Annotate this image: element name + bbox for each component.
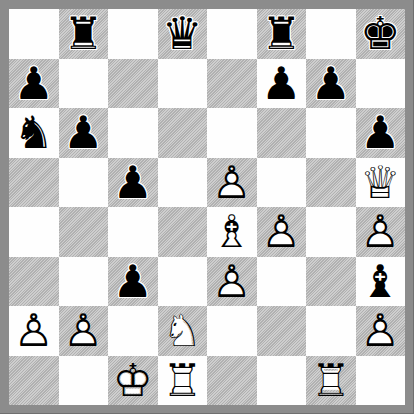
board-frame: ♜♛♜♚♟♟♟♞♟♟♟♟♙♛♕♝♗♟♙♟♙♟♟♙♝♟♙♟♙♞♘♟♙♚♔♜♖♜♖ xyxy=(0,0,414,414)
square-d7[interactable] xyxy=(158,59,208,109)
square-h2[interactable]: ♟♙ xyxy=(356,306,406,356)
square-d2[interactable]: ♞♘ xyxy=(158,306,208,356)
square-e3[interactable]: ♟♙ xyxy=(207,257,257,307)
white-pawn-piece: ♟♙ xyxy=(59,306,109,356)
square-a5[interactable] xyxy=(9,158,59,208)
black-knight-piece: ♞ xyxy=(9,108,59,158)
square-d8[interactable]: ♛ xyxy=(158,9,208,59)
square-b4[interactable] xyxy=(59,207,109,257)
square-f3[interactable] xyxy=(257,257,307,307)
black-pawn-piece: ♟ xyxy=(108,257,158,307)
square-c2[interactable] xyxy=(108,306,158,356)
square-g7[interactable]: ♟ xyxy=(306,59,356,109)
square-a2[interactable]: ♟♙ xyxy=(9,306,59,356)
black-rook-piece: ♜ xyxy=(257,9,307,59)
white-rook-piece: ♜♖ xyxy=(306,356,356,406)
square-a7[interactable]: ♟ xyxy=(9,59,59,109)
square-h7[interactable] xyxy=(356,59,406,109)
white-pawn-piece: ♟♙ xyxy=(356,306,406,356)
square-b2[interactable]: ♟♙ xyxy=(59,306,109,356)
square-g2[interactable] xyxy=(306,306,356,356)
square-g3[interactable] xyxy=(306,257,356,307)
square-f7[interactable]: ♟ xyxy=(257,59,307,109)
square-h6[interactable]: ♟ xyxy=(356,108,406,158)
square-d4[interactable] xyxy=(158,207,208,257)
square-a3[interactable] xyxy=(9,257,59,307)
white-rook-piece: ♜♖ xyxy=(158,356,208,406)
square-h1[interactable] xyxy=(356,356,406,406)
black-pawn-piece: ♟ xyxy=(356,108,406,158)
square-e8[interactable] xyxy=(207,9,257,59)
chess-board: ♜♛♜♚♟♟♟♞♟♟♟♟♙♛♕♝♗♟♙♟♙♟♟♙♝♟♙♟♙♞♘♟♙♚♔♜♖♜♖ xyxy=(9,9,405,405)
square-b3[interactable] xyxy=(59,257,109,307)
square-c7[interactable] xyxy=(108,59,158,109)
square-f1[interactable] xyxy=(257,356,307,406)
square-a1[interactable] xyxy=(9,356,59,406)
black-pawn-piece: ♟ xyxy=(59,108,109,158)
square-c1[interactable]: ♚♔ xyxy=(108,356,158,406)
square-b6[interactable]: ♟ xyxy=(59,108,109,158)
square-a4[interactable] xyxy=(9,207,59,257)
square-c4[interactable] xyxy=(108,207,158,257)
square-f5[interactable] xyxy=(257,158,307,208)
square-g5[interactable] xyxy=(306,158,356,208)
square-b7[interactable] xyxy=(59,59,109,109)
black-pawn-piece: ♟ xyxy=(257,59,307,109)
square-d1[interactable]: ♜♖ xyxy=(158,356,208,406)
square-f8[interactable]: ♜ xyxy=(257,9,307,59)
square-e2[interactable] xyxy=(207,306,257,356)
square-f2[interactable] xyxy=(257,306,307,356)
black-king-piece: ♚ xyxy=(356,9,406,59)
square-e4[interactable]: ♝♗ xyxy=(207,207,257,257)
square-g4[interactable] xyxy=(306,207,356,257)
white-pawn-piece: ♟♙ xyxy=(257,207,307,257)
square-c3[interactable]: ♟ xyxy=(108,257,158,307)
white-pawn-piece: ♟♙ xyxy=(356,207,406,257)
white-pawn-piece: ♟♙ xyxy=(207,158,257,208)
square-c5[interactable]: ♟ xyxy=(108,158,158,208)
black-pawn-piece: ♟ xyxy=(306,59,356,109)
square-d6[interactable] xyxy=(158,108,208,158)
square-c8[interactable] xyxy=(108,9,158,59)
square-e6[interactable] xyxy=(207,108,257,158)
white-queen-piece: ♛♕ xyxy=(356,158,406,208)
black-bishop-piece: ♝ xyxy=(356,257,406,307)
white-pawn-piece: ♟♙ xyxy=(9,306,59,356)
square-g1[interactable]: ♜♖ xyxy=(306,356,356,406)
black-queen-piece: ♛ xyxy=(158,9,208,59)
square-a8[interactable] xyxy=(9,9,59,59)
square-b8[interactable]: ♜ xyxy=(59,9,109,59)
square-g6[interactable] xyxy=(306,108,356,158)
white-king-piece: ♚♔ xyxy=(108,356,158,406)
white-bishop-piece: ♝♗ xyxy=(207,207,257,257)
square-e1[interactable] xyxy=(207,356,257,406)
white-pawn-piece: ♟♙ xyxy=(207,257,257,307)
square-f6[interactable] xyxy=(257,108,307,158)
white-knight-piece: ♞♘ xyxy=(158,306,208,356)
square-g8[interactable] xyxy=(306,9,356,59)
square-e7[interactable] xyxy=(207,59,257,109)
square-b1[interactable] xyxy=(59,356,109,406)
square-a6[interactable]: ♞ xyxy=(9,108,59,158)
square-h8[interactable]: ♚ xyxy=(356,9,406,59)
square-b5[interactable] xyxy=(59,158,109,208)
square-c6[interactable] xyxy=(108,108,158,158)
black-pawn-piece: ♟ xyxy=(108,158,158,208)
square-d5[interactable] xyxy=(158,158,208,208)
square-f4[interactable]: ♟♙ xyxy=(257,207,307,257)
square-d3[interactable] xyxy=(158,257,208,307)
square-h4[interactable]: ♟♙ xyxy=(356,207,406,257)
square-e5[interactable]: ♟♙ xyxy=(207,158,257,208)
square-h5[interactable]: ♛♕ xyxy=(356,158,406,208)
black-rook-piece: ♜ xyxy=(59,9,109,59)
black-pawn-piece: ♟ xyxy=(9,59,59,109)
square-h3[interactable]: ♝ xyxy=(356,257,406,307)
